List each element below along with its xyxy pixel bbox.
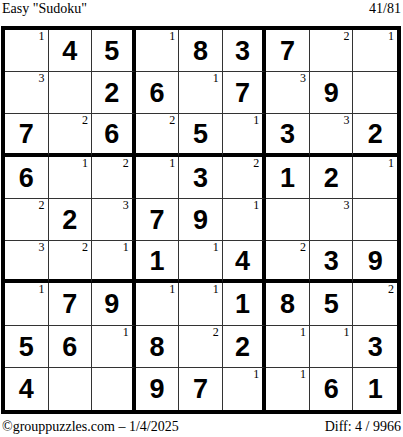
given-digit: 6 bbox=[104, 121, 119, 148]
sudoku-cell-r4c5[interactable]: 3 bbox=[179, 157, 223, 199]
sudoku-cell-r1c8[interactable]: 2 bbox=[310, 30, 354, 72]
corner-mark: 2 bbox=[82, 241, 88, 254]
sudoku-cell-r7c9[interactable]: 2 bbox=[353, 283, 397, 325]
sudoku-cell-r4c7[interactable]: 1 bbox=[266, 157, 310, 199]
sudoku-cell-r5c1[interactable]: 2 bbox=[5, 199, 49, 241]
sudoku-cell-r1c1[interactable]: 1 bbox=[5, 30, 49, 72]
sudoku-cell-r3c8[interactable]: 3 bbox=[310, 114, 354, 156]
corner-mark: 1 bbox=[213, 72, 219, 85]
sudoku-cell-r6c1[interactable]: 3 bbox=[5, 241, 49, 283]
given-digit: 3 bbox=[324, 248, 339, 275]
sudoku-cell-r1c6[interactable]: 3 bbox=[223, 30, 267, 72]
sudoku-cell-r2c9[interactable] bbox=[353, 72, 397, 114]
sudoku-cell-r8c5[interactable]: 2 bbox=[179, 326, 223, 368]
sudoku-cell-r5c7[interactable] bbox=[266, 199, 310, 241]
given-digit: 3 bbox=[280, 121, 295, 148]
sudoku-cell-r8c4[interactable]: 8 bbox=[136, 326, 180, 368]
sudoku-cell-r4c3[interactable]: 2 bbox=[92, 157, 136, 199]
given-digit: 8 bbox=[280, 291, 295, 318]
corner-mark: 3 bbox=[123, 199, 129, 212]
corner-mark: 1 bbox=[300, 368, 306, 381]
corner-mark: 1 bbox=[39, 283, 45, 296]
corner-mark: 1 bbox=[169, 157, 175, 170]
sudoku-cell-r1c5[interactable]: 8 bbox=[179, 30, 223, 72]
sudoku-cell-r2c4[interactable]: 6 bbox=[136, 72, 180, 114]
corner-mark: 1 bbox=[253, 368, 259, 381]
corner-mark: 2 bbox=[300, 241, 306, 254]
given-digit: 3 bbox=[235, 38, 250, 65]
corner-mark: 2 bbox=[39, 199, 45, 212]
difficulty-label: Diff: 4 / 9966 bbox=[325, 419, 401, 435]
corner-mark: 3 bbox=[343, 199, 349, 212]
sudoku-cell-r6c7[interactable]: 2 bbox=[266, 241, 310, 283]
given-digit: 6 bbox=[149, 80, 164, 107]
corner-mark: 2 bbox=[123, 157, 129, 170]
given-digit: 1 bbox=[368, 376, 383, 403]
corner-mark: 1 bbox=[123, 326, 129, 339]
sudoku-cell-r9c3[interactable] bbox=[92, 368, 136, 410]
sudoku-cell-r5c3[interactable]: 3 bbox=[92, 199, 136, 241]
given-digit: 6 bbox=[62, 334, 77, 361]
sudoku-page: Easy "Sudoku" 41/81 14518372132617397262… bbox=[0, 0, 403, 437]
sudoku-cell-r4c4[interactable]: 1 bbox=[136, 157, 180, 199]
sudoku-cell-r5c6[interactable]: 1 bbox=[223, 199, 267, 241]
corner-mark: 3 bbox=[343, 114, 349, 127]
sudoku-cell-r9c4[interactable]: 9 bbox=[136, 368, 180, 410]
corner-mark: 2 bbox=[343, 30, 349, 43]
given-digit: 4 bbox=[235, 248, 250, 275]
corner-mark: 2 bbox=[82, 114, 88, 127]
sudoku-cell-r1c3[interactable]: 5 bbox=[92, 30, 136, 72]
corner-mark: 1 bbox=[169, 283, 175, 296]
page-header: Easy "Sudoku" 41/81 bbox=[0, 0, 403, 26]
given-digit: 5 bbox=[193, 121, 208, 148]
sudoku-cell-r3c9[interactable]: 2 bbox=[353, 114, 397, 156]
sudoku-cell-r6c2[interactable]: 2 bbox=[49, 241, 93, 283]
sudoku-cell-r7c6[interactable]: 1 bbox=[223, 283, 267, 325]
sudoku-cell-r4c9[interactable]: 1 bbox=[353, 157, 397, 199]
corner-mark: 1 bbox=[343, 326, 349, 339]
sudoku-cell-r3c3[interactable]: 6 bbox=[92, 114, 136, 156]
given-digit: 9 bbox=[104, 291, 119, 318]
given-digit: 8 bbox=[149, 334, 164, 361]
given-digit: 7 bbox=[62, 291, 77, 318]
sudoku-cell-r3c5[interactable]: 5 bbox=[179, 114, 223, 156]
given-digit: 4 bbox=[19, 376, 34, 403]
sudoku-cell-r2c2[interactable] bbox=[49, 72, 93, 114]
given-digit: 6 bbox=[324, 376, 339, 403]
copyright-date: ©grouppuzzles.com – 1/4/2025 bbox=[2, 419, 179, 435]
sudoku-cell-r2c5[interactable]: 1 bbox=[179, 72, 223, 114]
given-digit: 9 bbox=[149, 376, 164, 403]
sudoku-cell-r5c5[interactable]: 9 bbox=[179, 199, 223, 241]
sudoku-cell-r9c2[interactable] bbox=[49, 368, 93, 410]
sudoku-cell-r9c1[interactable]: 4 bbox=[5, 368, 49, 410]
corner-mark: 1 bbox=[82, 157, 88, 170]
given-digit: 2 bbox=[235, 334, 250, 361]
sudoku-cell-r7c4[interactable]: 1 bbox=[136, 283, 180, 325]
given-digit: 1 bbox=[235, 291, 250, 318]
sudoku-cell-r2c7[interactable]: 3 bbox=[266, 72, 310, 114]
sudoku-cell-r5c4[interactable]: 7 bbox=[136, 199, 180, 241]
given-digit: 3 bbox=[193, 165, 208, 192]
sudoku-cell-r3c2[interactable]: 2 bbox=[49, 114, 93, 156]
sudoku-cell-r8c2[interactable]: 6 bbox=[49, 326, 93, 368]
sudoku-cell-r8c6[interactable]: 2 bbox=[223, 326, 267, 368]
corner-mark: 2 bbox=[388, 283, 394, 296]
corner-mark: 1 bbox=[388, 30, 394, 43]
sudoku-cell-r3c7[interactable]: 3 bbox=[266, 114, 310, 156]
sudoku-cell-r9c8[interactable]: 6 bbox=[310, 368, 354, 410]
corner-mark: 1 bbox=[213, 283, 219, 296]
sudoku-cell-r6c6[interactable]: 4 bbox=[223, 241, 267, 283]
sudoku-cell-r4c6[interactable]: 2 bbox=[223, 157, 267, 199]
sudoku-cell-r6c5[interactable]: 1 bbox=[179, 241, 223, 283]
sudoku-cell-r2c6[interactable]: 7 bbox=[223, 72, 267, 114]
corner-mark: 1 bbox=[388, 157, 394, 170]
page-footer: ©grouppuzzles.com – 1/4/2025 Diff: 4 / 9… bbox=[0, 417, 403, 435]
given-digit: 2 bbox=[104, 80, 119, 107]
corner-mark: 1 bbox=[300, 326, 306, 339]
given-digit: 7 bbox=[280, 38, 295, 65]
given-digit: 7 bbox=[149, 207, 164, 234]
given-digit: 9 bbox=[324, 80, 339, 107]
sudoku-cell-r9c9[interactable]: 1 bbox=[353, 368, 397, 410]
given-digit: 2 bbox=[324, 165, 339, 192]
sudoku-cell-r8c9[interactable]: 3 bbox=[353, 326, 397, 368]
sudoku-cell-r1c2[interactable]: 4 bbox=[49, 30, 93, 72]
corner-mark: 2 bbox=[169, 114, 175, 127]
sudoku-cell-r7c7[interactable]: 8 bbox=[266, 283, 310, 325]
given-digit: 5 bbox=[104, 38, 119, 65]
given-digit: 2 bbox=[368, 121, 383, 148]
sudoku-cell-r6c3[interactable]: 1 bbox=[92, 241, 136, 283]
puzzle-counter: 41/81 bbox=[369, 1, 401, 17]
given-digit: 5 bbox=[19, 334, 34, 361]
corner-mark: 1 bbox=[123, 241, 129, 254]
sudoku-board: 1451837213261739726251332612132121223791… bbox=[1, 26, 401, 414]
sudoku-cell-r8c1[interactable]: 5 bbox=[5, 326, 49, 368]
sudoku-cell-r6c4[interactable]: 1 bbox=[136, 241, 180, 283]
sudoku-cell-r3c1[interactable]: 7 bbox=[5, 114, 49, 156]
given-digit: 6 bbox=[19, 165, 34, 192]
corner-mark: 1 bbox=[253, 199, 259, 212]
sudoku-cell-r8c7[interactable]: 1 bbox=[266, 326, 310, 368]
sudoku-cell-r2c1[interactable]: 3 bbox=[5, 72, 49, 114]
sudoku-cell-r6c9[interactable]: 9 bbox=[353, 241, 397, 283]
sudoku-cell-r7c8[interactable]: 5 bbox=[310, 283, 354, 325]
sudoku-cell-r2c8[interactable]: 9 bbox=[310, 72, 354, 114]
given-digit: 7 bbox=[193, 376, 208, 403]
sudoku-cell-r2c3[interactable]: 2 bbox=[92, 72, 136, 114]
sudoku-cell-r6c8[interactable]: 3 bbox=[310, 241, 354, 283]
given-digit: 1 bbox=[149, 248, 164, 275]
corner-mark: 3 bbox=[39, 72, 45, 85]
given-digit: 1 bbox=[280, 165, 295, 192]
given-digit: 8 bbox=[193, 38, 208, 65]
sudoku-cell-r7c5[interactable]: 1 bbox=[179, 283, 223, 325]
sudoku-cell-r3c4[interactable]: 2 bbox=[136, 114, 180, 156]
sudoku-cell-r3c6[interactable]: 1 bbox=[223, 114, 267, 156]
sudoku-cell-r4c2[interactable]: 1 bbox=[49, 157, 93, 199]
given-digit: 2 bbox=[62, 207, 77, 234]
sudoku-cell-r5c8[interactable]: 3 bbox=[310, 199, 354, 241]
corner-mark: 1 bbox=[213, 241, 219, 254]
sudoku-cell-r5c2[interactable]: 2 bbox=[49, 199, 93, 241]
corner-mark: 1 bbox=[253, 114, 259, 127]
corner-mark: 3 bbox=[39, 241, 45, 254]
sudoku-cell-r1c9[interactable]: 1 bbox=[353, 30, 397, 72]
sudoku-cell-r5c9[interactable] bbox=[353, 199, 397, 241]
corner-mark: 1 bbox=[39, 30, 45, 43]
sudoku-cell-r4c1[interactable]: 6 bbox=[5, 157, 49, 199]
corner-mark: 1 bbox=[169, 30, 175, 43]
corner-mark: 2 bbox=[213, 326, 219, 339]
sudoku-cell-r1c4[interactable]: 1 bbox=[136, 30, 180, 72]
sudoku-cell-r1c7[interactable]: 7 bbox=[266, 30, 310, 72]
given-digit: 9 bbox=[368, 248, 383, 275]
sudoku-cell-r7c3[interactable]: 9 bbox=[92, 283, 136, 325]
sudoku-cell-r9c5[interactable]: 7 bbox=[179, 368, 223, 410]
given-digit: 7 bbox=[235, 80, 250, 107]
sudoku-cell-r9c6[interactable]: 1 bbox=[223, 368, 267, 410]
puzzle-title: Easy "Sudoku" bbox=[2, 1, 87, 17]
sudoku-cell-r8c8[interactable]: 1 bbox=[310, 326, 354, 368]
given-digit: 4 bbox=[62, 38, 77, 65]
corner-mark: 3 bbox=[300, 72, 306, 85]
sudoku-cell-r8c3[interactable]: 1 bbox=[92, 326, 136, 368]
given-digit: 3 bbox=[368, 334, 383, 361]
sudoku-cell-r9c7[interactable]: 1 bbox=[266, 368, 310, 410]
sudoku-cell-r4c8[interactable]: 2 bbox=[310, 157, 354, 199]
sudoku-cell-r7c1[interactable]: 1 bbox=[5, 283, 49, 325]
sudoku-cell-r7c2[interactable]: 7 bbox=[49, 283, 93, 325]
given-digit: 5 bbox=[324, 291, 339, 318]
given-digit: 9 bbox=[193, 207, 208, 234]
given-digit: 7 bbox=[19, 121, 34, 148]
corner-mark: 2 bbox=[253, 157, 259, 170]
